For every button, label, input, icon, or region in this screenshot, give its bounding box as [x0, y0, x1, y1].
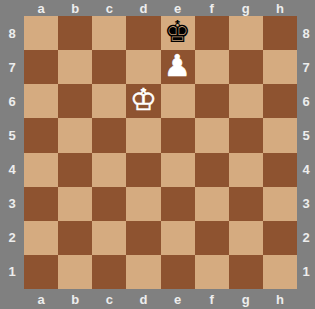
rank-label-4: 4 — [0, 153, 24, 187]
square-d7[interactable] — [126, 50, 160, 84]
rank-label-8: 8 — [297, 16, 315, 50]
square-e5[interactable] — [161, 118, 195, 152]
white-pawn[interactable]: ♟ — [164, 51, 191, 81]
square-b5[interactable] — [58, 118, 92, 152]
square-h4[interactable] — [263, 153, 297, 187]
square-h8[interactable] — [263, 16, 297, 50]
square-h2[interactable] — [263, 221, 297, 255]
rank-label-5: 5 — [0, 118, 24, 152]
square-f8[interactable] — [195, 16, 229, 50]
square-a5[interactable] — [24, 118, 58, 152]
square-e4[interactable] — [161, 153, 195, 187]
square-c5[interactable] — [92, 118, 126, 152]
file-label-f: f — [195, 289, 229, 309]
black-king[interactable]: ♚ — [164, 17, 191, 47]
square-h3[interactable] — [263, 187, 297, 221]
square-f3[interactable] — [195, 187, 229, 221]
file-label-e: e — [161, 0, 195, 16]
square-b3[interactable] — [58, 187, 92, 221]
rank-label-3: 3 — [0, 187, 24, 221]
square-g8[interactable] — [229, 16, 263, 50]
square-g4[interactable] — [229, 153, 263, 187]
square-a4[interactable] — [24, 153, 58, 187]
rank-label-6: 6 — [0, 84, 24, 118]
square-e8[interactable]: ♚ — [161, 16, 195, 50]
rank-label-6: 6 — [297, 84, 315, 118]
square-g3[interactable] — [229, 187, 263, 221]
square-d2[interactable] — [126, 221, 160, 255]
square-e6[interactable] — [161, 84, 195, 118]
square-c2[interactable] — [92, 221, 126, 255]
file-label-f: f — [195, 0, 229, 16]
file-label-b: b — [58, 289, 92, 309]
square-a8[interactable] — [24, 16, 58, 50]
square-d8[interactable] — [126, 16, 160, 50]
square-g1[interactable] — [229, 255, 263, 289]
square-h1[interactable] — [263, 255, 297, 289]
square-c3[interactable] — [92, 187, 126, 221]
square-c8[interactable] — [92, 16, 126, 50]
square-b6[interactable] — [58, 84, 92, 118]
square-a7[interactable] — [24, 50, 58, 84]
rank-label-5: 5 — [297, 118, 315, 152]
square-h6[interactable] — [263, 84, 297, 118]
square-g7[interactable] — [229, 50, 263, 84]
square-d6[interactable]: ♔ — [126, 84, 160, 118]
rank-label-2: 2 — [297, 221, 315, 255]
file-label-h: h — [263, 0, 297, 16]
square-f2[interactable] — [195, 221, 229, 255]
square-a6[interactable] — [24, 84, 58, 118]
square-d5[interactable] — [126, 118, 160, 152]
square-h7[interactable] — [263, 50, 297, 84]
square-f1[interactable] — [195, 255, 229, 289]
rank-label-1: 1 — [0, 255, 24, 289]
rank-labels-left: 87654321 — [0, 16, 24, 289]
square-f5[interactable] — [195, 118, 229, 152]
file-label-c: c — [92, 289, 126, 309]
chess-diagram: abcdefgh 87654321 ♚♟♔ 87654321 abcdefgh — [0, 0, 315, 309]
white-king[interactable]: ♔ — [130, 85, 157, 115]
square-h5[interactable] — [263, 118, 297, 152]
square-d4[interactable] — [126, 153, 160, 187]
square-g2[interactable] — [229, 221, 263, 255]
file-label-c: c — [92, 0, 126, 16]
file-labels-bottom: abcdefgh — [24, 289, 297, 309]
square-f4[interactable] — [195, 153, 229, 187]
square-g5[interactable] — [229, 118, 263, 152]
file-label-d: d — [126, 0, 160, 16]
square-g6[interactable] — [229, 84, 263, 118]
rank-label-3: 3 — [297, 187, 315, 221]
rank-label-4: 4 — [297, 153, 315, 187]
rank-labels-right: 87654321 — [297, 16, 315, 289]
rank-label-7: 7 — [0, 50, 24, 84]
square-b4[interactable] — [58, 153, 92, 187]
square-c4[interactable] — [92, 153, 126, 187]
file-label-a: a — [24, 289, 58, 309]
square-e2[interactable] — [161, 221, 195, 255]
file-label-g: g — [229, 0, 263, 16]
file-label-g: g — [229, 289, 263, 309]
rank-label-8: 8 — [0, 16, 24, 50]
square-c7[interactable] — [92, 50, 126, 84]
file-label-d: d — [126, 289, 160, 309]
square-e1[interactable] — [161, 255, 195, 289]
square-c6[interactable] — [92, 84, 126, 118]
square-b2[interactable] — [58, 221, 92, 255]
square-b7[interactable] — [58, 50, 92, 84]
square-c1[interactable] — [92, 255, 126, 289]
square-b1[interactable] — [58, 255, 92, 289]
square-d1[interactable] — [126, 255, 160, 289]
square-e7[interactable]: ♟ — [161, 50, 195, 84]
rank-label-1: 1 — [297, 255, 315, 289]
file-label-e: e — [161, 289, 195, 309]
file-label-a: a — [24, 0, 58, 16]
square-a2[interactable] — [24, 221, 58, 255]
square-d3[interactable] — [126, 187, 160, 221]
file-label-b: b — [58, 0, 92, 16]
file-label-h: h — [263, 289, 297, 309]
square-f6[interactable] — [195, 84, 229, 118]
chess-board: ♚♟♔ — [24, 16, 297, 289]
square-a3[interactable] — [24, 187, 58, 221]
square-a1[interactable] — [24, 255, 58, 289]
square-b8[interactable] — [58, 16, 92, 50]
rank-label-2: 2 — [0, 221, 24, 255]
square-f7[interactable] — [195, 50, 229, 84]
file-labels-top: abcdefgh — [24, 0, 297, 16]
rank-label-7: 7 — [297, 50, 315, 84]
square-e3[interactable] — [161, 187, 195, 221]
